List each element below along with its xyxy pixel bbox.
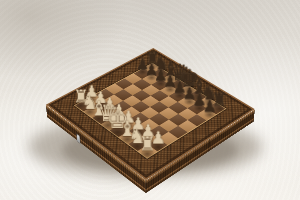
photo-stage: ♜♞♝♛♚♝♞♜♟♟♟♟♟♟♟♟♟♟♟♟♟♟♟♟♜♞♝♛♚♝♞♜: [0, 0, 300, 200]
fold-seam-right: [208, 139, 209, 152]
piece-black-pawn-h7[interactable]: ♟: [197, 98, 223, 114]
piece-white-rook-h1[interactable]: ♜: [133, 134, 161, 153]
metal-latch-icon: [77, 134, 80, 143]
chess-box: ♜♞♝♛♚♝♞♜♟♟♟♟♟♟♟♟♟♟♟♟♟♟♟♟♜♞♝♛♚♝♞♜: [46, 48, 255, 180]
fold-seam-front: [92, 140, 93, 153]
scene-3d: ♜♞♝♛♚♝♞♜♟♟♟♟♟♟♟♟♟♟♟♟♟♟♟♟♜♞♝♛♚♝♞♜: [0, 0, 300, 200]
